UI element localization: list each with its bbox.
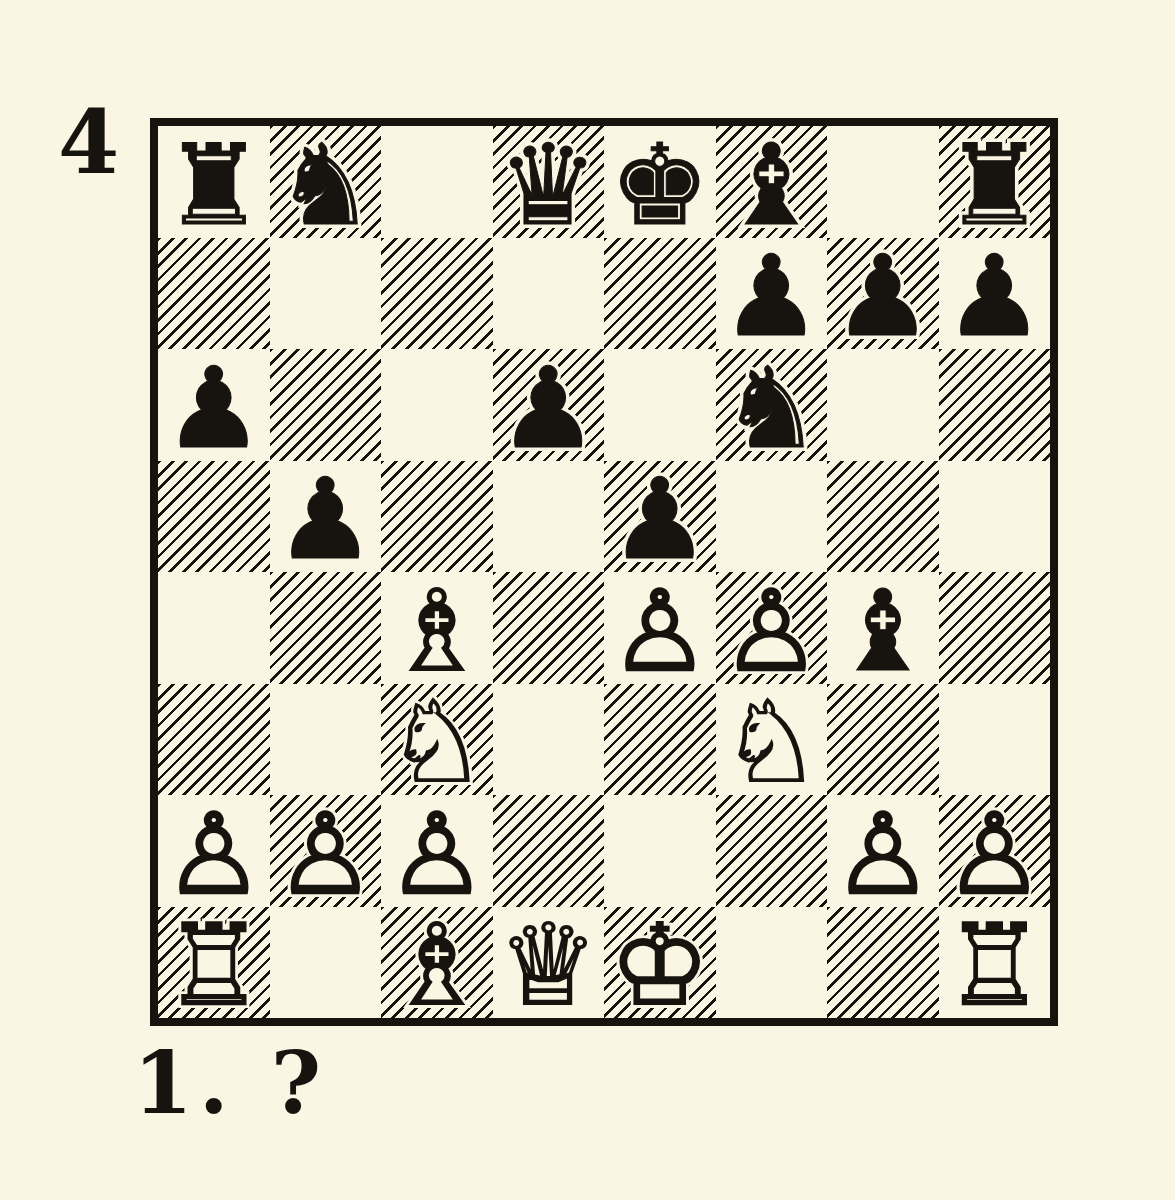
piece-halo: ♜ xyxy=(158,129,270,241)
piece-white-knight: ♘ xyxy=(381,687,493,799)
square-e7 xyxy=(604,238,716,350)
piece-white-knight: ♘ xyxy=(716,687,828,799)
piece-halo: ♝ xyxy=(381,575,493,687)
piece-halo: ♚ xyxy=(604,129,716,241)
piece-black-knight: ♞ xyxy=(270,129,382,241)
square-f2 xyxy=(716,795,828,907)
piece-white-pawn: ♙ xyxy=(270,798,382,910)
square-b8: ♞♞ xyxy=(270,126,382,238)
piece-white-rook: ♖ xyxy=(939,910,1051,1022)
piece-black-rook: ♜ xyxy=(939,129,1051,241)
piece-halo: ♟ xyxy=(158,352,270,464)
piece-black-pawn: ♟ xyxy=(716,241,828,353)
piece-white-pawn: ♙ xyxy=(604,575,716,687)
piece-halo: ♟ xyxy=(827,241,939,353)
square-c4: ♝♗ xyxy=(381,572,493,684)
piece-halo: ♟ xyxy=(939,241,1051,353)
piece-white-queen: ♕ xyxy=(493,910,605,1022)
square-e8: ♚♚ xyxy=(604,126,716,238)
square-a8: ♜♜ xyxy=(158,126,270,238)
piece-black-pawn: ♟ xyxy=(604,464,716,576)
square-h5 xyxy=(939,461,1051,573)
piece-white-bishop: ♗ xyxy=(381,575,493,687)
piece-halo: ♟ xyxy=(716,575,828,687)
piece-halo: ♝ xyxy=(716,129,828,241)
square-b5: ♟♟ xyxy=(270,461,382,573)
piece-halo: ♞ xyxy=(270,129,382,241)
piece-black-king: ♚ xyxy=(604,129,716,241)
square-g4: ♝♝ xyxy=(827,572,939,684)
square-h8: ♜♜ xyxy=(939,126,1051,238)
square-c5 xyxy=(381,461,493,573)
square-g6 xyxy=(827,349,939,461)
chess-board: ♜♜♞♞♛♛♚♚♝♝♜♜♟♟♟♟♟♟♟♟♟♟♞♞♟♟♟♟♝♗♟♙♟♙♝♝♞♘♞♘… xyxy=(150,118,1058,1026)
square-a2: ♟♙ xyxy=(158,795,270,907)
square-a7 xyxy=(158,238,270,350)
square-g8 xyxy=(827,126,939,238)
square-h3 xyxy=(939,684,1051,796)
square-b1 xyxy=(270,907,382,1019)
piece-black-knight: ♞ xyxy=(716,352,828,464)
piece-white-pawn: ♙ xyxy=(716,575,828,687)
square-g1 xyxy=(827,907,939,1019)
piece-black-queen: ♛ xyxy=(493,129,605,241)
piece-halo: ♟ xyxy=(827,798,939,910)
piece-halo: ♟ xyxy=(493,352,605,464)
piece-halo: ♜ xyxy=(939,910,1051,1022)
square-d2 xyxy=(493,795,605,907)
square-a5 xyxy=(158,461,270,573)
piece-black-bishop: ♝ xyxy=(827,575,939,687)
piece-halo: ♟ xyxy=(270,798,382,910)
piece-black-bishop: ♝ xyxy=(716,129,828,241)
square-e3 xyxy=(604,684,716,796)
piece-white-pawn: ♙ xyxy=(381,798,493,910)
square-d3 xyxy=(493,684,605,796)
square-f5 xyxy=(716,461,828,573)
piece-halo: ♟ xyxy=(270,464,382,576)
piece-black-pawn: ♟ xyxy=(493,352,605,464)
square-g5 xyxy=(827,461,939,573)
square-c2: ♟♙ xyxy=(381,795,493,907)
piece-halo: ♚ xyxy=(604,910,716,1022)
piece-halo: ♞ xyxy=(716,352,828,464)
piece-white-pawn: ♙ xyxy=(827,798,939,910)
piece-white-pawn: ♙ xyxy=(158,798,270,910)
square-h2: ♟♙ xyxy=(939,795,1051,907)
square-a4 xyxy=(158,572,270,684)
square-d5 xyxy=(493,461,605,573)
piece-black-pawn: ♟ xyxy=(158,352,270,464)
piece-halo: ♛ xyxy=(493,910,605,1022)
square-d1: ♛♕ xyxy=(493,907,605,1019)
square-e6 xyxy=(604,349,716,461)
square-b6 xyxy=(270,349,382,461)
piece-halo: ♟ xyxy=(716,241,828,353)
piece-white-bishop: ♗ xyxy=(381,910,493,1022)
square-d6: ♟♟ xyxy=(493,349,605,461)
square-c8 xyxy=(381,126,493,238)
square-d7 xyxy=(493,238,605,350)
square-e4: ♟♙ xyxy=(604,572,716,684)
piece-white-rook: ♖ xyxy=(158,910,270,1022)
book-page: 4 ♜♜♞♞♛♛♚♚♝♝♜♜♟♟♟♟♟♟♟♟♟♟♞♞♟♟♟♟♝♗♟♙♟♙♝♝♞♘… xyxy=(0,0,1175,1200)
square-c7 xyxy=(381,238,493,350)
square-f4: ♟♙ xyxy=(716,572,828,684)
square-d4 xyxy=(493,572,605,684)
piece-halo: ♟ xyxy=(604,575,716,687)
square-g3 xyxy=(827,684,939,796)
piece-halo: ♟ xyxy=(381,798,493,910)
piece-halo: ♞ xyxy=(716,687,828,799)
piece-black-rook: ♜ xyxy=(158,129,270,241)
piece-halo: ♜ xyxy=(939,129,1051,241)
piece-halo: ♞ xyxy=(381,687,493,799)
square-h1: ♜♖ xyxy=(939,907,1051,1019)
piece-halo: ♝ xyxy=(381,910,493,1022)
square-f6: ♞♞ xyxy=(716,349,828,461)
piece-halo: ♟ xyxy=(939,798,1051,910)
square-f3: ♞♘ xyxy=(716,684,828,796)
square-h4 xyxy=(939,572,1051,684)
square-f8: ♝♝ xyxy=(716,126,828,238)
square-a3 xyxy=(158,684,270,796)
piece-black-pawn: ♟ xyxy=(939,241,1051,353)
square-g7: ♟♟ xyxy=(827,238,939,350)
square-a6: ♟♟ xyxy=(158,349,270,461)
square-g2: ♟♙ xyxy=(827,795,939,907)
piece-black-pawn: ♟ xyxy=(827,241,939,353)
square-e2 xyxy=(604,795,716,907)
square-b7 xyxy=(270,238,382,350)
square-f1 xyxy=(716,907,828,1019)
piece-halo: ♜ xyxy=(158,910,270,1022)
square-c3: ♞♘ xyxy=(381,684,493,796)
square-h6 xyxy=(939,349,1051,461)
square-d8: ♛♛ xyxy=(493,126,605,238)
square-e5: ♟♟ xyxy=(604,461,716,573)
piece-halo: ♟ xyxy=(158,798,270,910)
piece-black-pawn: ♟ xyxy=(270,464,382,576)
piece-halo: ♟ xyxy=(604,464,716,576)
diagram-number: 4 xyxy=(58,98,119,186)
piece-halo: ♛ xyxy=(493,129,605,241)
piece-white-pawn: ♙ xyxy=(939,798,1051,910)
square-e1: ♚♔ xyxy=(604,907,716,1019)
piece-halo: ♝ xyxy=(827,575,939,687)
square-b4 xyxy=(270,572,382,684)
move-prompt: 1. ? xyxy=(133,1040,327,1126)
square-c1: ♝♗ xyxy=(381,907,493,1019)
square-b2: ♟♙ xyxy=(270,795,382,907)
square-h7: ♟♟ xyxy=(939,238,1051,350)
square-c6 xyxy=(381,349,493,461)
piece-white-king: ♔ xyxy=(604,910,716,1022)
square-b3 xyxy=(270,684,382,796)
square-f7: ♟♟ xyxy=(716,238,828,350)
square-a1: ♜♖ xyxy=(158,907,270,1019)
